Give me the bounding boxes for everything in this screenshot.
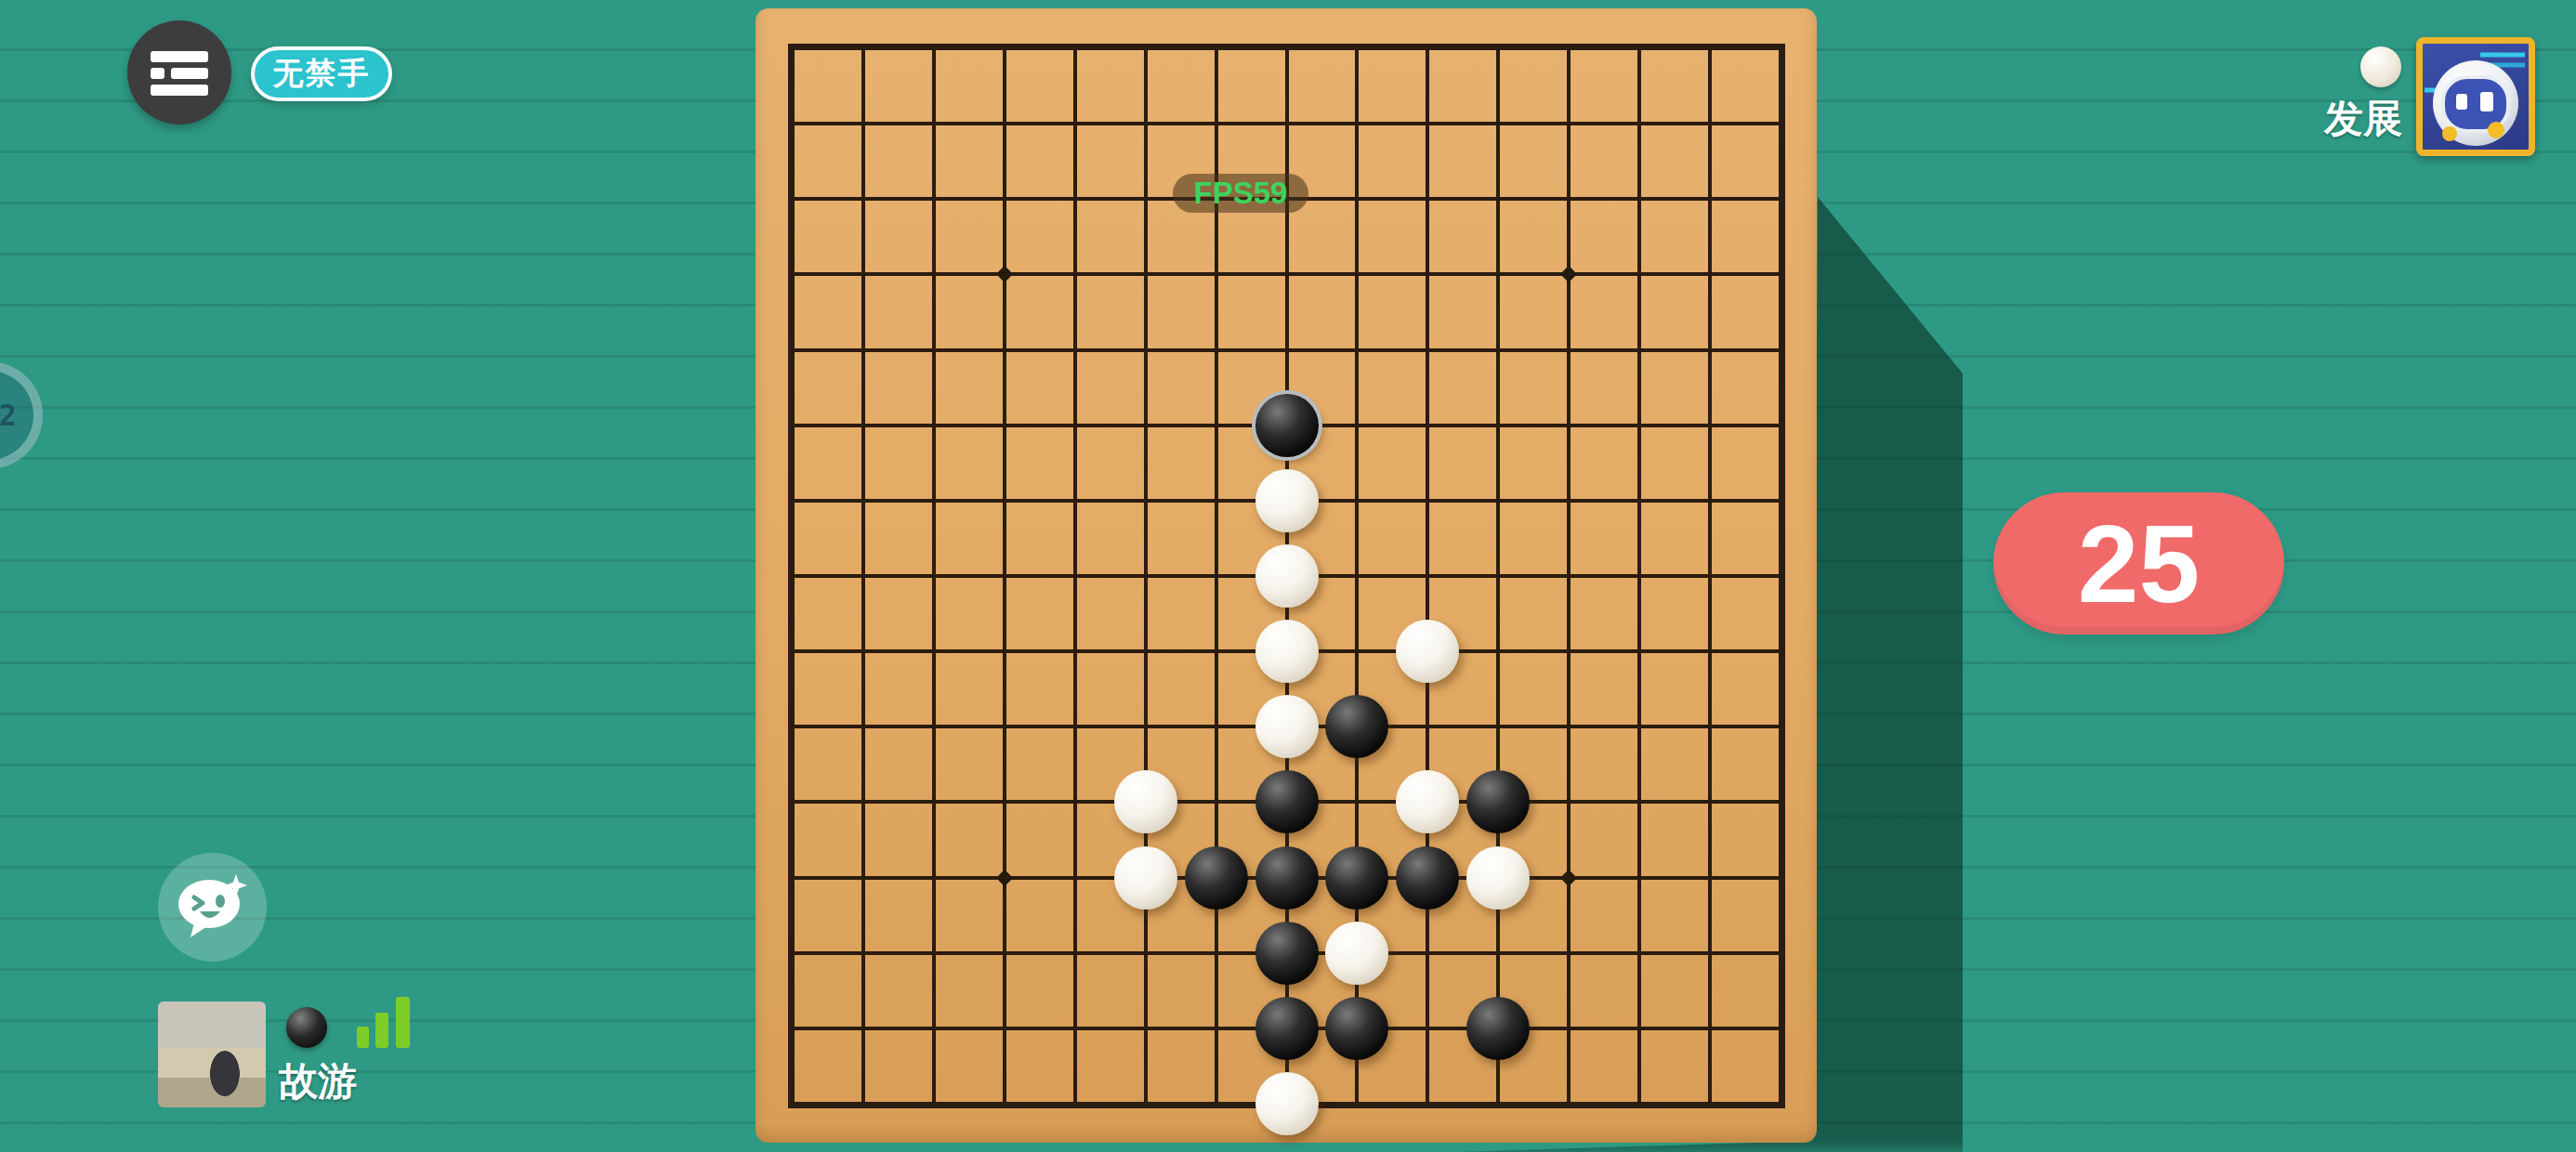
- fps-badge: FPS59: [1173, 174, 1308, 213]
- star-point: [996, 869, 1013, 885]
- star-point: [996, 266, 1013, 282]
- white-stone: [1255, 1072, 1319, 1135]
- rule-badge: 无禁手: [251, 46, 392, 101]
- white-stone: [1396, 770, 1459, 833]
- white-stone-indicator: [2360, 46, 2401, 87]
- opponent-name: 发展: [2289, 93, 2438, 145]
- robot-avatar-icon: [2423, 44, 2529, 150]
- game-screen: FPS59 无禁手 22 25 发展: [0, 0, 2576, 1152]
- black-stone: [1255, 997, 1319, 1060]
- white-stone: [1114, 770, 1177, 833]
- black-stone: [1255, 770, 1319, 833]
- black-stone: [1325, 997, 1388, 1060]
- player-avatar[interactable]: [158, 1001, 266, 1107]
- white-stone: [1255, 695, 1319, 758]
- chat-bubble-wink-icon: [174, 869, 252, 947]
- black-stone: [1255, 922, 1319, 985]
- white-stone: [1466, 846, 1530, 910]
- timer-badge: 25: [1993, 492, 2284, 635]
- timer-value: 25: [2078, 501, 2200, 627]
- white-stone: [1255, 620, 1319, 683]
- star-point: [1560, 266, 1577, 282]
- signal-strength-icon: [357, 992, 422, 1048]
- black-stone: [1466, 997, 1530, 1060]
- black-stone-indicator: [286, 1007, 327, 1048]
- black-stone: [1466, 770, 1530, 833]
- white-stone: [1114, 846, 1177, 910]
- menu-button[interactable]: [127, 20, 231, 124]
- gomoku-board: FPS59: [756, 8, 1817, 1143]
- rule-badge-label: 无禁手: [273, 53, 371, 95]
- black-stone: [1325, 846, 1388, 910]
- black-stone: [1185, 846, 1248, 910]
- black-stone: [1325, 695, 1388, 758]
- chat-button[interactable]: [158, 853, 267, 962]
- player-name: 故游: [279, 1055, 465, 1107]
- spectator-gauge: 22: [0, 361, 43, 469]
- gauge-value: 22: [0, 398, 17, 433]
- star-point: [1560, 869, 1577, 885]
- white-stone: [1396, 620, 1459, 683]
- white-stone: [1255, 469, 1319, 532]
- black-stone: [1396, 846, 1459, 910]
- opponent-avatar[interactable]: [2416, 37, 2535, 156]
- white-stone: [1325, 922, 1388, 985]
- black-stone: [1255, 846, 1319, 910]
- black-stone: [1255, 394, 1319, 457]
- fps-label: FPS59: [1194, 176, 1288, 211]
- white-stone: [1255, 544, 1319, 608]
